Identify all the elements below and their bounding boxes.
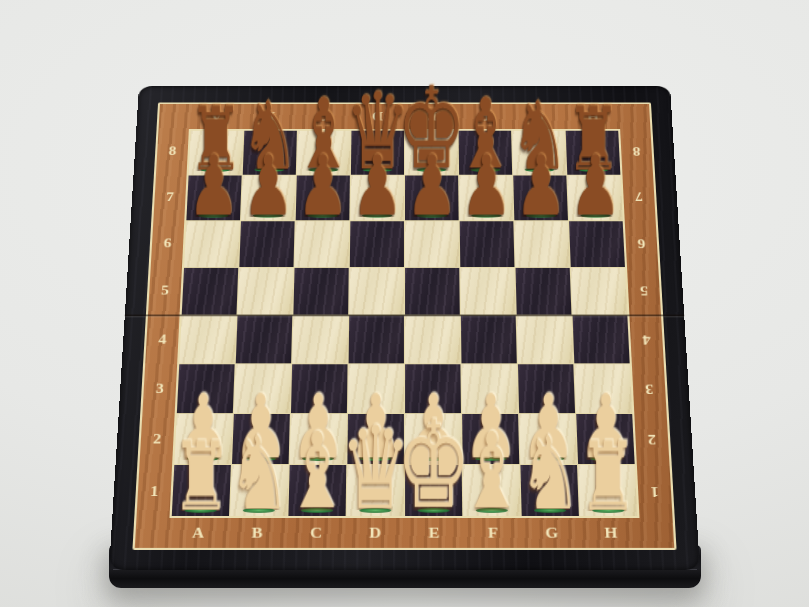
square-f6[interactable] [459,221,514,267]
coordinate-label: D [345,518,404,548]
fold-seam [124,314,684,316]
square-f4[interactable] [460,316,516,364]
square-d6[interactable] [349,221,403,267]
coordinate-label: E [404,518,463,548]
square-b4[interactable] [235,316,292,364]
felt-pad [471,213,501,218]
square-b5[interactable] [237,268,293,315]
coordinate-label: 8 [620,129,653,174]
coordinate-label: H [580,518,640,548]
square-e6[interactable] [405,221,459,267]
coordinate-label: 6 [150,220,184,267]
felt-pad [198,213,228,218]
coordinate-label: 3 [142,364,177,414]
square-g6[interactable] [514,221,569,267]
mahogany-border: ABCDEFGH ABCDEFGH 87654321 87654321 ♜♞♝♛… [132,102,676,549]
coordinate-label: 6 [624,220,658,267]
coordinate-label: 5 [627,267,661,315]
felt-pad [307,213,337,218]
photo-background: ABCDEFGH ABCDEFGH 87654321 87654321 ♜♞♝♛… [0,0,809,607]
square-g7[interactable]: ♟ [513,175,568,220]
file-labels-bottom: ABCDEFGH [167,518,640,548]
square-f5[interactable] [460,268,515,315]
coordinate-label: 1 [636,465,672,517]
coordinate-label: 2 [139,414,174,465]
square-c1[interactable]: ♝ [288,465,346,516]
felt-pad [475,508,507,514]
square-g4[interactable] [516,316,573,364]
coordinate-label: A [167,518,227,548]
felt-pad [416,213,446,218]
coordinate-label: 5 [147,267,181,315]
square-e7[interactable]: ♟ [405,175,459,220]
square-c4[interactable] [292,316,348,364]
coordinate-label: F [463,518,523,548]
felt-pad [184,508,216,514]
chess-board: ABCDEFGH ABCDEFGH 87654321 87654321 ♜♞♝♛… [108,86,699,570]
square-h4[interactable] [572,316,629,364]
coordinate-label: G [521,518,581,548]
square-a1[interactable]: ♜ [171,465,230,516]
felt-pad [362,213,392,218]
square-d1[interactable]: ♛ [346,465,403,516]
square-e4[interactable] [405,316,460,364]
coordinate-label: 4 [629,315,663,364]
square-b1[interactable]: ♞ [230,465,288,516]
square-a4[interactable] [179,316,236,364]
square-c6[interactable] [294,221,349,267]
coordinate-label: 8 [155,129,188,174]
square-h6[interactable] [569,221,625,267]
felt-pad [580,213,610,218]
coordinate-label: 2 [634,414,669,465]
square-e5[interactable] [405,268,460,315]
square-a5[interactable] [181,268,238,315]
coordinate-label: 4 [145,315,179,364]
squares-grid: ♜♞♝♛♚♝♞♜♟♟♟♟♟♟♟♟♟♟♟♟♟♟♟♟♜♞♝♛♚♝♞♜ [169,129,639,518]
perspective-wrapper: ABCDEFGH ABCDEFGH 87654321 87654321 ♜♞♝♛… [0,0,809,607]
felt-pad [592,508,624,514]
coordinate-label: 1 [136,465,172,517]
coordinate-label: 7 [153,174,186,220]
square-h7[interactable]: ♟ [567,175,622,220]
square-f1[interactable]: ♝ [462,465,520,516]
square-c5[interactable] [293,268,348,315]
square-d4[interactable] [348,316,403,364]
felt-pad [242,508,274,514]
coordinate-label: C [286,518,346,548]
square-c7[interactable]: ♟ [295,175,349,220]
square-a7[interactable]: ♟ [186,175,241,220]
coordinate-label: B [227,518,287,548]
felt-pad [359,508,391,514]
square-g1[interactable]: ♞ [520,465,578,516]
square-f7[interactable]: ♟ [459,175,513,220]
felt-pad [534,508,566,514]
square-b7[interactable]: ♟ [241,175,296,220]
square-h5[interactable] [570,268,627,315]
board-frame: ABCDEFGH ABCDEFGH 87654321 87654321 ♜♞♝♛… [108,86,699,570]
square-d5[interactable] [349,268,404,315]
coordinate-label: 7 [622,174,655,220]
square-d7[interactable]: ♟ [350,175,404,220]
felt-pad [525,213,555,218]
felt-pad [417,508,449,514]
felt-pad [252,213,282,218]
square-g5[interactable] [515,268,571,315]
felt-pad [301,508,333,514]
square-b6[interactable] [239,221,294,267]
square-h1[interactable]: ♜ [578,465,637,516]
square-e1[interactable]: ♚ [405,465,462,516]
square-a6[interactable] [184,221,240,267]
coordinate-label: 3 [631,364,666,414]
